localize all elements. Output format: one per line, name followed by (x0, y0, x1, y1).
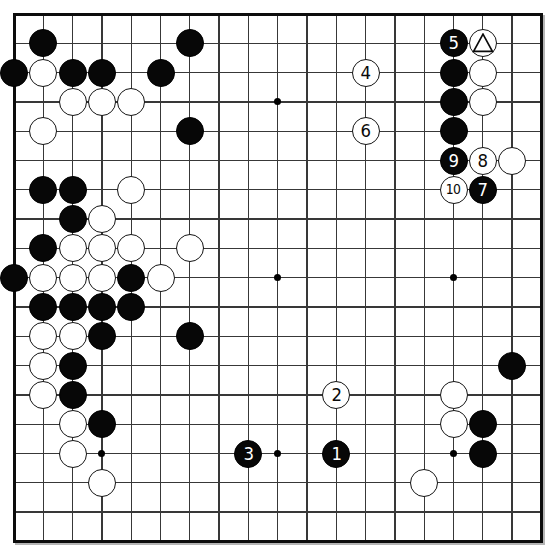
black-stone-7: 7 (469, 176, 497, 204)
white-stone (59, 234, 87, 262)
white-stone-10: 10 (440, 176, 468, 204)
go-diagram-page: 54698107213 (0, 0, 560, 560)
black-stone (176, 117, 204, 145)
black-stone (176, 322, 204, 350)
go-board: 54698107213 (0, 0, 560, 560)
black-stone (117, 264, 145, 292)
white-stone (29, 381, 57, 409)
white-stone (440, 410, 468, 438)
black-stone (498, 352, 526, 380)
white-stone (88, 205, 116, 233)
move-number: 8 (478, 152, 489, 170)
black-stone-3: 3 (234, 440, 262, 468)
white-stone-2: 2 (322, 381, 350, 409)
black-stone (59, 176, 87, 204)
black-stone (59, 59, 87, 87)
black-stone (59, 381, 87, 409)
white-stone (29, 264, 57, 292)
white-stone (498, 147, 526, 175)
white-stone-triangle (469, 29, 497, 57)
white-stone-8: 8 (469, 147, 497, 175)
white-stone (410, 469, 438, 497)
white-stone (88, 88, 116, 116)
black-stone (440, 59, 468, 87)
white-stone (59, 322, 87, 350)
white-stone-6: 6 (352, 117, 380, 145)
black-stone (59, 293, 87, 321)
white-stone (469, 59, 497, 87)
black-stone (176, 29, 204, 57)
black-stone (440, 117, 468, 145)
move-number: 7 (478, 181, 489, 199)
black-stone (147, 59, 175, 87)
move-number: 1 (331, 445, 342, 463)
white-stone (59, 264, 87, 292)
move-number: 4 (360, 64, 371, 82)
black-stone (59, 352, 87, 380)
black-stone-9: 9 (440, 147, 468, 175)
black-stone (0, 59, 28, 87)
white-stone (176, 234, 204, 262)
move-number: 10 (446, 183, 461, 197)
black-stone (469, 410, 497, 438)
white-stone (469, 88, 497, 116)
black-stone (59, 205, 87, 233)
black-stone-5: 5 (440, 29, 468, 57)
move-number: 6 (360, 122, 371, 140)
black-stone (88, 410, 116, 438)
white-stone (59, 440, 87, 468)
black-stone (440, 88, 468, 116)
white-stone (88, 264, 116, 292)
black-stone (88, 293, 116, 321)
move-number: 2 (331, 386, 342, 404)
white-stone (440, 381, 468, 409)
white-stone (59, 88, 87, 116)
black-stone (469, 440, 497, 468)
white-stone (88, 469, 116, 497)
move-number: 9 (448, 152, 459, 170)
white-stone (117, 88, 145, 116)
move-number: 5 (448, 34, 459, 52)
black-stone-1: 1 (322, 440, 350, 468)
triangle-mark-icon (472, 33, 494, 53)
white-stone (29, 352, 57, 380)
white-stone-4: 4 (352, 59, 380, 87)
black-stone (88, 322, 116, 350)
white-stone (147, 264, 175, 292)
white-stone (29, 59, 57, 87)
black-stone (29, 176, 57, 204)
white-stone (117, 176, 145, 204)
black-stone (0, 264, 28, 292)
black-stone (88, 59, 116, 87)
star-point (450, 450, 457, 457)
white-stone (59, 410, 87, 438)
move-number: 3 (243, 445, 254, 463)
black-stone (117, 293, 145, 321)
